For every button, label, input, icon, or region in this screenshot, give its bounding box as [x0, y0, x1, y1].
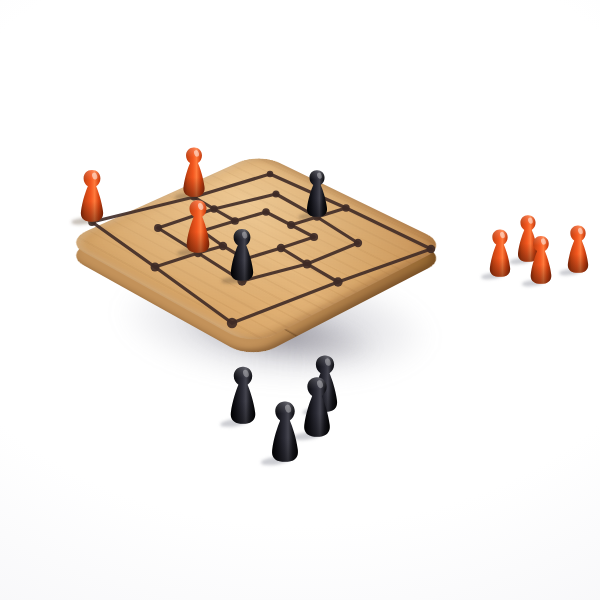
pawn-black-reserve-4[interactable]: [272, 402, 298, 462]
board-overlay: [0, 0, 600, 600]
board-point-d1[interactable]: [333, 277, 342, 286]
pawn-red-a7[interactable]: [81, 170, 103, 222]
board-point-d2[interactable]: [303, 260, 312, 269]
board-point-a1[interactable]: [227, 318, 237, 328]
pawn-red-reserve-2[interactable]: [568, 226, 588, 273]
pawn-black-b2[interactable]: [231, 229, 253, 281]
board-point-f2[interactable]: [354, 239, 362, 247]
pawn-black-reserve-2[interactable]: [231, 367, 256, 424]
board-point-a4[interactable]: [151, 263, 160, 272]
pieces-layer: [71, 148, 588, 467]
pawn-red-b4[interactable]: [187, 200, 210, 252]
board-point-c4[interactable]: [219, 242, 227, 250]
board-line: [232, 249, 431, 323]
board-point-b6[interactable]: [154, 224, 162, 232]
morris-pattern: [88, 171, 435, 328]
board-point-e3[interactable]: [310, 233, 318, 241]
board-point-e5[interactable]: [262, 208, 270, 216]
board-point-g7[interactable]: [267, 171, 274, 178]
board-point-g4[interactable]: [342, 204, 349, 211]
board-point-d5[interactable]: [231, 217, 239, 225]
board-point-f6[interactable]: [272, 190, 279, 197]
board-point-g1[interactable]: [427, 245, 435, 253]
pawn-red-reserve-1[interactable]: [518, 215, 538, 262]
board-point-d6[interactable]: [210, 205, 217, 212]
board-point-d3[interactable]: [277, 244, 285, 252]
pawn-red-d7[interactable]: [183, 148, 204, 197]
pawn-red-reserve-3[interactable]: [490, 230, 510, 277]
board-point-e4[interactable]: [287, 221, 295, 229]
scene: [0, 0, 600, 600]
board-line: [242, 243, 358, 281]
